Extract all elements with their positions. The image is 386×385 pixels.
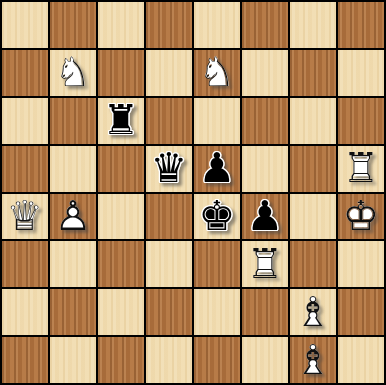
- piece-outline-glyph: ♘: [50, 50, 96, 96]
- square-d5[interactable]: ♛: [146, 146, 192, 192]
- piece-outline-glyph: ♖: [242, 241, 288, 287]
- piece-outline-glyph: ♖: [338, 146, 384, 192]
- square-f7[interactable]: [242, 50, 288, 96]
- white-knight-b7[interactable]: ♞♘: [50, 50, 96, 96]
- white-queen-a4[interactable]: ♛♕: [2, 194, 48, 240]
- white-rook-h5[interactable]: ♜♖: [338, 146, 384, 192]
- square-a6[interactable]: [2, 98, 48, 144]
- square-g7[interactable]: [290, 50, 336, 96]
- square-c7[interactable]: [98, 50, 144, 96]
- square-h7[interactable]: [338, 50, 384, 96]
- piece-outline-glyph: ♘: [194, 50, 240, 96]
- square-e6[interactable]: [194, 98, 240, 144]
- white-rook-f3[interactable]: ♜♖: [242, 241, 288, 287]
- square-g6[interactable]: [290, 98, 336, 144]
- square-a3[interactable]: [2, 241, 48, 287]
- white-bishop-g1[interactable]: ♝♗: [290, 337, 336, 383]
- square-e3[interactable]: [194, 241, 240, 287]
- square-c6[interactable]: ♜: [98, 98, 144, 144]
- square-h8[interactable]: [338, 2, 384, 48]
- square-d2[interactable]: [146, 289, 192, 335]
- square-b8[interactable]: [50, 2, 96, 48]
- piece-outline-glyph: ♔: [338, 194, 384, 240]
- square-f5[interactable]: [242, 146, 288, 192]
- square-g8[interactable]: [290, 2, 336, 48]
- black-pawn-f4[interactable]: ♟: [242, 194, 288, 240]
- square-e7[interactable]: ♞♘: [194, 50, 240, 96]
- white-king-h4[interactable]: ♚♔: [338, 194, 384, 240]
- square-c2[interactable]: [98, 289, 144, 335]
- square-a5[interactable]: [2, 146, 48, 192]
- square-e2[interactable]: [194, 289, 240, 335]
- black-rook-c6[interactable]: ♜: [98, 98, 144, 144]
- square-e8[interactable]: [194, 2, 240, 48]
- square-a1[interactable]: [2, 337, 48, 383]
- square-f3[interactable]: ♜♖: [242, 241, 288, 287]
- square-g1[interactable]: ♝♗: [290, 337, 336, 383]
- square-e4[interactable]: ♚: [194, 194, 240, 240]
- square-b2[interactable]: [50, 289, 96, 335]
- square-f8[interactable]: [242, 2, 288, 48]
- square-b7[interactable]: ♞♘: [50, 50, 96, 96]
- chess-board-window: ♞♘♞♘♜♛♟♜♖♛♕♟♙♚♟♚♔♜♖♝♗♝♗: [0, 0, 386, 385]
- square-h5[interactable]: ♜♖: [338, 146, 384, 192]
- piece-outline-glyph: ♗: [290, 289, 336, 335]
- square-c8[interactable]: [98, 2, 144, 48]
- square-h4[interactable]: ♚♔: [338, 194, 384, 240]
- square-a7[interactable]: [2, 50, 48, 96]
- white-pawn-b4[interactable]: ♟♙: [50, 194, 96, 240]
- square-c5[interactable]: [98, 146, 144, 192]
- piece-outline-glyph: ♕: [2, 194, 48, 240]
- square-d8[interactable]: [146, 2, 192, 48]
- square-b1[interactable]: [50, 337, 96, 383]
- square-f4[interactable]: ♟: [242, 194, 288, 240]
- black-pawn-e5[interactable]: ♟: [194, 146, 240, 192]
- square-h6[interactable]: [338, 98, 384, 144]
- square-g4[interactable]: [290, 194, 336, 240]
- square-b4[interactable]: ♟♙: [50, 194, 96, 240]
- square-d7[interactable]: [146, 50, 192, 96]
- square-d3[interactable]: [146, 241, 192, 287]
- white-bishop-g2[interactable]: ♝♗: [290, 289, 336, 335]
- piece-outline-glyph: ♗: [290, 337, 336, 383]
- square-b5[interactable]: [50, 146, 96, 192]
- square-a2[interactable]: [2, 289, 48, 335]
- square-h1[interactable]: [338, 337, 384, 383]
- square-g2[interactable]: ♝♗: [290, 289, 336, 335]
- square-c4[interactable]: [98, 194, 144, 240]
- chess-board: ♞♘♞♘♜♛♟♜♖♛♕♟♙♚♟♚♔♜♖♝♗♝♗: [0, 0, 386, 385]
- black-queen-d5[interactable]: ♛: [146, 146, 192, 192]
- square-g5[interactable]: [290, 146, 336, 192]
- square-f6[interactable]: [242, 98, 288, 144]
- square-h2[interactable]: [338, 289, 384, 335]
- square-d1[interactable]: [146, 337, 192, 383]
- square-g3[interactable]: [290, 241, 336, 287]
- white-knight-e7[interactable]: ♞♘: [194, 50, 240, 96]
- black-king-e4[interactable]: ♚: [194, 194, 240, 240]
- square-c3[interactable]: [98, 241, 144, 287]
- square-e5[interactable]: ♟: [194, 146, 240, 192]
- square-d4[interactable]: [146, 194, 192, 240]
- square-e1[interactable]: [194, 337, 240, 383]
- square-f1[interactable]: [242, 337, 288, 383]
- square-c1[interactable]: [98, 337, 144, 383]
- square-b3[interactable]: [50, 241, 96, 287]
- square-a8[interactable]: [2, 2, 48, 48]
- square-b6[interactable]: [50, 98, 96, 144]
- square-f2[interactable]: [242, 289, 288, 335]
- square-a4[interactable]: ♛♕: [2, 194, 48, 240]
- piece-outline-glyph: ♙: [50, 194, 96, 240]
- square-h3[interactable]: [338, 241, 384, 287]
- square-d6[interactable]: [146, 98, 192, 144]
